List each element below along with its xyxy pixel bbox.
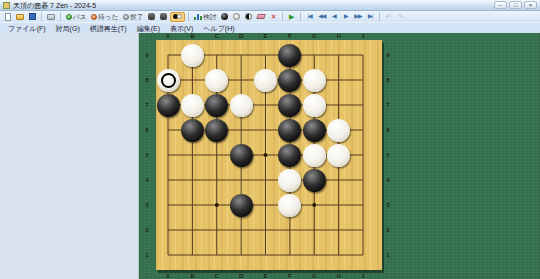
coord-right-3: 3 [386, 202, 389, 208]
stone-white-B7 [181, 94, 204, 117]
close-button[interactable]: × [524, 1, 537, 9]
menu-item-game[interactable]: 対局(G) [51, 24, 85, 33]
resign-label: 投了 [130, 12, 143, 21]
nav-forward-button[interactable]: ▶ [340, 12, 351, 22]
coord-right-2: 2 [386, 227, 389, 233]
stone-black-B6 [181, 119, 204, 142]
redo-arrow-icon: ↷ [397, 12, 403, 21]
coord-left-2: 2 [145, 227, 148, 233]
coord-bottom-D: D [239, 273, 243, 279]
half-stone-icon [245, 13, 252, 20]
menu-item-view[interactable]: 表示(V) [165, 24, 198, 33]
pass-icon [66, 14, 72, 20]
nav-back-button[interactable]: ◀ [328, 12, 339, 22]
erase-stone-button[interactable] [255, 12, 267, 22]
analysis-label: 検討 [203, 12, 216, 21]
coord-left-7: 7 [145, 102, 148, 108]
stone-white-A8 [157, 69, 180, 92]
undo-move-label: 待った [98, 12, 118, 21]
client-area: AABBCCDDEEFFGGHHJJ998877665544332211 [0, 33, 540, 279]
new-game-button[interactable] [2, 12, 13, 22]
window-controls: – □ × [494, 1, 537, 9]
window-title: 天頂の囲碁 7 Zen - 2024-5 [13, 2, 96, 9]
app-window: 天頂の囲碁 7 Zen - 2024-5 – □ × パス 待った 投了 [0, 0, 540, 279]
coord-left-4: 4 [145, 177, 148, 183]
coord-bottom-F: F [288, 273, 292, 279]
stone-black-F6 [278, 119, 301, 142]
nav-first-button[interactable]: |◀ [304, 12, 315, 22]
coord-bottom-B: B [190, 273, 194, 279]
analysis-chart-icon [194, 13, 202, 20]
coord-top-J: J [361, 33, 364, 39]
toolbar-separator [282, 12, 283, 21]
undo-edit-button[interactable]: ↶ [383, 12, 394, 22]
minimize-button[interactable]: – [494, 1, 507, 9]
open-folder-icon [16, 14, 24, 20]
title-bar: 天頂の囲碁 7 Zen - 2024-5 – □ × [0, 0, 540, 11]
last-move-marker [161, 73, 176, 88]
coord-bottom-J: J [361, 273, 364, 279]
coord-top-A: A [166, 33, 170, 39]
toolbar-separator [60, 12, 61, 21]
coord-right-1: 1 [386, 252, 389, 258]
red-x-icon: ✕ [271, 12, 277, 21]
play-button[interactable]: ▶ [286, 12, 297, 22]
coord-bottom-H: H [336, 273, 340, 279]
toolbar: パス 待った 投了 検討 ✕ ▶ |◀ ◀◀ ◀ ▶ ▶▶ ▶| ↶ [0, 11, 540, 22]
black-stone-icon [221, 13, 228, 20]
coord-left-3: 3 [145, 202, 148, 208]
coord-top-H: H [336, 33, 340, 39]
board-area: AABBCCDDEEFFGGHHJJ998877665544332211 [139, 33, 540, 279]
nav-last-icon: ▶| [368, 12, 372, 21]
stone-black-F8 [278, 69, 301, 92]
stone-white-H5 [327, 144, 350, 167]
nav-back-icon: ◀ [332, 12, 336, 21]
stone-white-E8 [254, 69, 277, 92]
open-button[interactable] [14, 12, 26, 22]
hint-icon [148, 13, 155, 20]
stone-white-D7 [230, 94, 253, 117]
new-file-icon [5, 13, 11, 21]
coord-top-F: F [288, 33, 292, 39]
clear-board-button[interactable]: ✕ [268, 12, 279, 22]
save-floppy-icon [29, 13, 36, 20]
stone-black-D3 [230, 194, 253, 217]
nav-back10-icon: ◀◀ [318, 12, 325, 21]
coord-left-1: 1 [145, 252, 148, 258]
stone-white-C8 [205, 69, 228, 92]
eraser-icon [256, 14, 266, 19]
pass-label: パス [73, 12, 86, 21]
side-panel [0, 33, 139, 279]
analysis-button[interactable]: 検討 [192, 12, 218, 22]
coord-bottom-E: E [263, 273, 267, 279]
coord-top-D: D [239, 33, 243, 39]
stone-black-F5 [278, 144, 301, 167]
nav-forward-icon: ▶ [344, 12, 348, 21]
maximize-button[interactable]: □ [509, 1, 522, 9]
undo-move-icon [91, 14, 97, 20]
nav-first-icon: |◀ [308, 12, 312, 21]
coord-right-9: 9 [386, 52, 389, 58]
toolbar-separator [41, 12, 42, 21]
white-stone-icon [233, 13, 240, 20]
stone-white-G7 [303, 94, 326, 117]
toolbar-separator [188, 12, 189, 21]
stone-black-G6 [303, 119, 326, 142]
play-icon: ▶ [289, 12, 294, 21]
coord-top-C: C [215, 33, 219, 39]
nav-back10-button[interactable]: ◀◀ [316, 12, 327, 22]
stone-white-F4 [278, 169, 301, 192]
menu-item-help[interactable]: ヘルプ(H) [198, 24, 239, 33]
pass-button[interactable]: パス [64, 12, 88, 22]
hint-button[interactable] [146, 12, 157, 22]
place-white-button[interactable] [231, 12, 242, 22]
stone-white-F3 [278, 194, 301, 217]
menu-item-file[interactable]: ファイル(F) [3, 24, 51, 33]
coord-top-B: B [190, 33, 194, 39]
printer-icon [47, 14, 55, 20]
save-button[interactable] [27, 12, 38, 22]
coord-bottom-G: G [312, 273, 317, 279]
stone-black-G4 [303, 169, 326, 192]
coord-right-6: 6 [386, 127, 389, 133]
redo-edit-button[interactable]: ↷ [395, 12, 406, 22]
go-board[interactable] [156, 40, 382, 270]
stone-white-H6 [327, 119, 350, 142]
app-icon [3, 2, 10, 9]
stones-pair-icon [173, 13, 182, 20]
stone-black-D5 [230, 144, 253, 167]
coord-left-5: 5 [145, 152, 148, 158]
nav-forward10-icon: ▶▶ [354, 12, 361, 21]
print-button[interactable] [45, 12, 57, 22]
judge-button[interactable] [158, 12, 169, 22]
coord-right-8: 8 [386, 77, 389, 83]
undo-move-button[interactable]: 待った [89, 12, 120, 22]
stone-black-A7 [157, 94, 180, 117]
stone-white-G8 [303, 69, 326, 92]
stone-black-C6 [205, 119, 228, 142]
stone-black-F7 [278, 94, 301, 117]
coord-left-8: 8 [145, 77, 148, 83]
stone-white-B9 [181, 44, 204, 67]
coord-bottom-A: A [166, 273, 170, 279]
coord-top-G: G [312, 33, 317, 39]
coord-right-4: 4 [386, 177, 389, 183]
resign-button[interactable]: 投了 [121, 12, 145, 22]
coord-left-6: 6 [145, 127, 148, 133]
coord-top-E: E [263, 33, 267, 39]
undo-arrow-icon: ↶ [385, 12, 391, 21]
resign-icon [123, 14, 129, 20]
menu-item-edit[interactable]: 編集(E) [132, 24, 165, 33]
place-black-button[interactable] [219, 12, 230, 22]
alternate-stone-button[interactable] [243, 12, 254, 22]
nav-last-button[interactable]: ▶| [365, 12, 376, 22]
toolbar-separator [300, 12, 301, 21]
coord-bottom-C: C [215, 273, 219, 279]
board-display-toggle-button[interactable] [170, 12, 185, 22]
stone-black-C7 [205, 94, 228, 117]
stone-white-G5 [303, 144, 326, 167]
coord-left-9: 9 [145, 52, 148, 58]
stone-black-F9 [278, 44, 301, 67]
coord-right-5: 5 [386, 152, 389, 158]
coord-right-7: 7 [386, 102, 389, 108]
nav-forward10-button[interactable]: ▶▶ [352, 12, 363, 22]
judge-icon [160, 13, 167, 20]
menu-item-replay[interactable]: 棋譜再生(T) [85, 24, 132, 33]
toolbar-separator [379, 12, 380, 21]
